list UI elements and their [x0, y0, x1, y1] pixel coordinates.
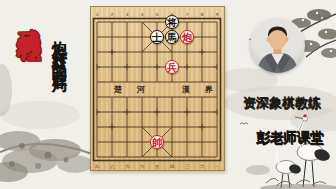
file-label: 九: [93, 163, 102, 168]
file-label: 一: [213, 163, 222, 168]
piece-兵: 兵: [165, 60, 179, 74]
file-label: 三: [183, 163, 192, 168]
piece-帥: 帥: [150, 135, 164, 149]
river-label-right: 漢 界: [182, 84, 219, 95]
coach-tagline: 资深象棋教练: [243, 94, 329, 112]
coach-photo: [250, 18, 305, 73]
piece-馬: 馬: [165, 30, 179, 44]
file-label: 9: [213, 11, 222, 16]
file-label: 3: [123, 11, 132, 16]
file-label: 四: [168, 163, 177, 168]
lesson-title: 炮兵对马的胜局: [49, 29, 68, 71]
xiangqi-board: 楚 河 漢 界 将士馬炮兵帥123456789九八七六五四三二一: [90, 6, 225, 171]
file-label: 二: [198, 163, 207, 168]
file-label: 8: [198, 11, 207, 16]
file-label: 2: [108, 11, 117, 16]
video-thumbnail: { "left_panel": { "series_title": "残局教程"…: [0, 0, 336, 189]
file-label: 六: [138, 163, 147, 168]
piece-士: 士: [150, 30, 164, 44]
file-label: 7: [183, 11, 192, 16]
file-label: 5: [153, 11, 162, 16]
file-label: 4: [138, 11, 147, 16]
file-label: 八: [108, 163, 117, 168]
coach-portrait-illustration: [250, 18, 305, 73]
river-label-left: 楚 河: [114, 84, 151, 95]
file-label: 七: [123, 163, 132, 168]
series-title: 残局教程: [13, 9, 45, 25]
file-label: 五: [153, 163, 162, 168]
piece-将: 将: [165, 15, 179, 29]
piece-炮: 炮: [180, 30, 194, 44]
channel-name: 彭老师课堂: [256, 129, 324, 147]
file-label: 1: [93, 11, 102, 16]
file-label: 6: [168, 11, 177, 16]
